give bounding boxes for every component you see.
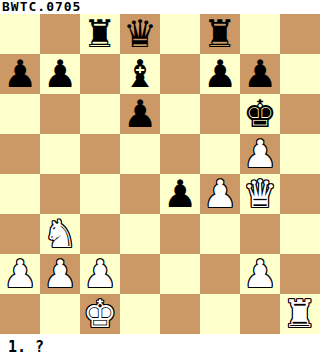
move-prompt: 1. ?	[0, 334, 320, 356]
puzzle-title: BWTC.0705	[0, 0, 320, 14]
square-c5	[80, 134, 120, 174]
piece-white-rook: ♜	[283, 294, 317, 334]
square-g7: ♟	[240, 54, 280, 94]
square-g4: ♛	[240, 174, 280, 214]
square-f3	[200, 214, 240, 254]
square-a7: ♟	[0, 54, 40, 94]
square-f6	[200, 94, 240, 134]
square-d5	[120, 134, 160, 174]
square-a3	[0, 214, 40, 254]
square-e3	[160, 214, 200, 254]
piece-white-pawn: ♟	[243, 254, 277, 294]
piece-black-rook: ♜	[203, 14, 237, 54]
piece-black-pawn: ♟	[163, 174, 197, 214]
square-h4	[280, 174, 320, 214]
square-h7	[280, 54, 320, 94]
square-c6	[80, 94, 120, 134]
square-h8	[280, 14, 320, 54]
square-d2	[120, 254, 160, 294]
square-b7: ♟	[40, 54, 80, 94]
square-b3: ♞	[40, 214, 80, 254]
piece-white-pawn: ♟	[203, 174, 237, 214]
square-e4: ♟	[160, 174, 200, 214]
square-h1: ♜	[280, 294, 320, 334]
square-f2	[200, 254, 240, 294]
square-g1	[240, 294, 280, 334]
square-a5	[0, 134, 40, 174]
square-f4: ♟	[200, 174, 240, 214]
piece-black-pawn: ♟	[203, 54, 237, 94]
square-d7: ♝	[120, 54, 160, 94]
square-b5	[40, 134, 80, 174]
square-a8	[0, 14, 40, 54]
square-g3	[240, 214, 280, 254]
square-c1: ♚	[80, 294, 120, 334]
square-e8	[160, 14, 200, 54]
piece-black-rook: ♜	[83, 14, 117, 54]
piece-white-queen: ♛	[243, 174, 277, 214]
square-b4	[40, 174, 80, 214]
square-b6	[40, 94, 80, 134]
square-g2: ♟	[240, 254, 280, 294]
square-c8: ♜	[80, 14, 120, 54]
square-c2: ♟	[80, 254, 120, 294]
square-d8: ♛	[120, 14, 160, 54]
square-h6	[280, 94, 320, 134]
square-d6: ♟	[120, 94, 160, 134]
square-g8	[240, 14, 280, 54]
square-c3	[80, 214, 120, 254]
piece-white-pawn: ♟	[43, 254, 77, 294]
chess-board: ♜♛♜♟♟♝♟♟♟♚♟♟♟♛♞♟♟♟♟♚♜	[0, 14, 320, 334]
square-e7	[160, 54, 200, 94]
square-a4	[0, 174, 40, 214]
piece-black-pawn: ♟	[43, 54, 77, 94]
square-b1	[40, 294, 80, 334]
piece-black-queen: ♛	[123, 14, 157, 54]
square-e2	[160, 254, 200, 294]
piece-black-pawn: ♟	[243, 54, 277, 94]
square-f5	[200, 134, 240, 174]
square-h3	[280, 214, 320, 254]
piece-black-bishop: ♝	[123, 54, 157, 94]
piece-white-knight: ♞	[43, 214, 77, 254]
square-e1	[160, 294, 200, 334]
square-e6	[160, 94, 200, 134]
square-f8: ♜	[200, 14, 240, 54]
square-d4	[120, 174, 160, 214]
square-f7: ♟	[200, 54, 240, 94]
square-a1	[0, 294, 40, 334]
piece-white-pawn: ♟	[83, 254, 117, 294]
piece-white-pawn: ♟	[3, 254, 37, 294]
square-g6: ♚	[240, 94, 280, 134]
square-g5: ♟	[240, 134, 280, 174]
square-f1	[200, 294, 240, 334]
square-h5	[280, 134, 320, 174]
square-b8	[40, 14, 80, 54]
piece-black-king: ♚	[243, 94, 277, 134]
square-c7	[80, 54, 120, 94]
piece-black-pawn: ♟	[3, 54, 37, 94]
piece-white-pawn: ♟	[243, 134, 277, 174]
square-a2: ♟	[0, 254, 40, 294]
square-b2: ♟	[40, 254, 80, 294]
piece-black-pawn: ♟	[123, 94, 157, 134]
square-h2	[280, 254, 320, 294]
piece-white-king: ♚	[83, 294, 117, 334]
square-d3	[120, 214, 160, 254]
square-d1	[120, 294, 160, 334]
square-e5	[160, 134, 200, 174]
square-a6	[0, 94, 40, 134]
square-c4	[80, 174, 120, 214]
chess-diagram-page: BWTC.0705 ♜♛♜♟♟♝♟♟♟♚♟♟♟♛♞♟♟♟♟♚♜ 1. ?	[0, 0, 320, 360]
